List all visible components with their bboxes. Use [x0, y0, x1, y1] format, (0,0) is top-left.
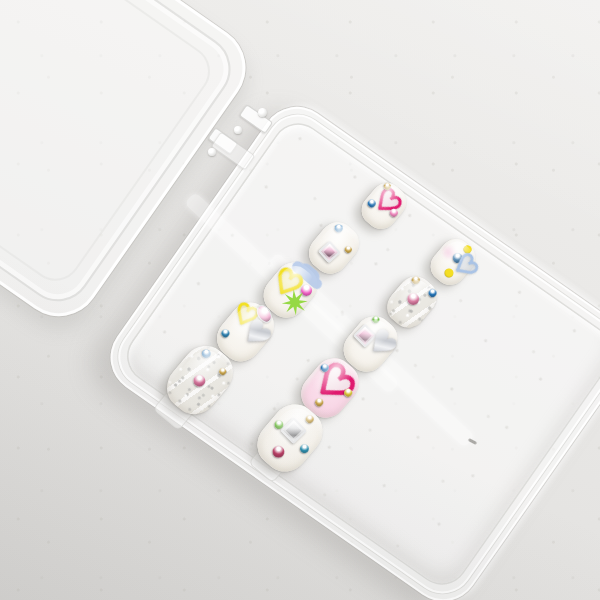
gem-round-decoration — [298, 442, 311, 455]
gem-round-decoration — [218, 367, 228, 377]
gem-round-decoration — [344, 244, 354, 254]
gem-square-decoration — [280, 417, 307, 444]
press-on-nail-right-1: ♥ — [424, 233, 481, 291]
press-on-nail-left-1: ♥ — [355, 177, 412, 235]
gem-round-decoration — [333, 223, 344, 234]
nails-layer: ♥♥♥♥♥♥♥ — [0, 0, 600, 600]
gem-round-decoration — [410, 275, 421, 286]
gem-round-decoration — [191, 373, 208, 390]
gem-square-decoration — [318, 241, 341, 264]
gem-round-decoration — [219, 328, 230, 339]
photo-scene: { "scene": { "image_type": "photograph",… — [0, 0, 600, 600]
gem-round-decoration — [270, 443, 287, 460]
gem-round-decoration — [405, 291, 422, 308]
gem-round-decoration — [371, 315, 381, 325]
gem-round-decoration — [304, 414, 315, 425]
gem-round-decoration — [199, 347, 212, 360]
gem-round-decoration — [426, 287, 437, 298]
